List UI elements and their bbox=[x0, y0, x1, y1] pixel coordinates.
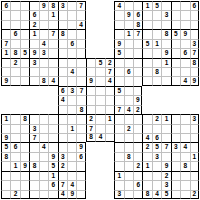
cell-r7c10[interactable] bbox=[95, 67, 104, 76]
cell-r5c17[interactable]: 9 bbox=[161, 48, 170, 57]
cell-r2c3[interactable]: 2 bbox=[29, 20, 38, 29]
cell-r12c2[interactable]: 8 bbox=[20, 114, 29, 123]
cell-r0c6[interactable]: 3 bbox=[58, 1, 67, 10]
cell-r19c20[interactable] bbox=[190, 180, 199, 189]
cell-r3c4[interactable] bbox=[39, 29, 48, 38]
cell-r0c17[interactable] bbox=[161, 1, 170, 10]
cell-r11c14[interactable]: 2 bbox=[133, 105, 142, 114]
cell-r5c0[interactable]: 1 bbox=[1, 48, 10, 57]
cell-r2c12[interactable] bbox=[114, 20, 123, 29]
cell-r14c9[interactable]: 8 bbox=[86, 133, 95, 142]
cell-r13c13[interactable]: 2 bbox=[124, 124, 133, 133]
cell-r20c6[interactable]: 4 bbox=[58, 190, 67, 199]
cell-r1c12[interactable] bbox=[114, 10, 123, 19]
cell-r4c12[interactable]: 9 bbox=[114, 39, 123, 48]
cell-r4c4[interactable]: 4 bbox=[39, 39, 48, 48]
cell-r4c14[interactable] bbox=[133, 39, 142, 48]
cell-r2c18[interactable] bbox=[171, 20, 180, 29]
cell-r7c9[interactable] bbox=[86, 67, 95, 76]
cell-r7c14[interactable] bbox=[133, 67, 142, 76]
cell-r15c3[interactable] bbox=[29, 142, 38, 151]
cell-r19c6[interactable]: 7 bbox=[58, 180, 67, 189]
cell-r12c0[interactable]: 1 bbox=[1, 114, 10, 123]
cell-r2c7[interactable] bbox=[67, 20, 76, 29]
cell-r4c1[interactable] bbox=[10, 39, 19, 48]
cell-r2c19[interactable] bbox=[180, 20, 189, 29]
cell-r2c4[interactable] bbox=[39, 20, 48, 29]
cell-r4c5[interactable] bbox=[48, 39, 57, 48]
cell-r20c2[interactable] bbox=[20, 190, 29, 199]
cell-r2c13[interactable] bbox=[124, 20, 133, 29]
cell-r17c5[interactable]: 5 bbox=[48, 161, 57, 170]
cell-r6c14[interactable] bbox=[133, 58, 142, 67]
cell-r10c13[interactable] bbox=[124, 95, 133, 104]
cell-r3c19[interactable]: 9 bbox=[180, 29, 189, 38]
cell-r6c3[interactable]: 3 bbox=[29, 58, 38, 67]
cell-r20c4[interactable] bbox=[39, 190, 48, 199]
cell-r4c0[interactable]: 7 bbox=[1, 39, 10, 48]
cell-r5c13[interactable] bbox=[124, 48, 133, 57]
cell-r1c19[interactable] bbox=[180, 10, 189, 19]
cell-r0c0[interactable]: 6 bbox=[1, 1, 10, 10]
cell-r12c18[interactable] bbox=[171, 114, 180, 123]
cell-r12c1[interactable] bbox=[10, 114, 19, 123]
cell-r6c5[interactable] bbox=[48, 58, 57, 67]
cell-r8c6[interactable] bbox=[58, 76, 67, 85]
cell-r1c15[interactable] bbox=[142, 10, 151, 19]
cell-r17c0[interactable] bbox=[1, 161, 10, 170]
cell-r9c12[interactable]: 5 bbox=[114, 86, 123, 95]
cell-r11c12[interactable]: 7 bbox=[114, 105, 123, 114]
cell-r12c12[interactable] bbox=[114, 114, 123, 123]
cell-r16c16[interactable]: 3 bbox=[152, 152, 161, 161]
cell-r17c18[interactable] bbox=[171, 161, 180, 170]
cell-r9c11[interactable] bbox=[105, 86, 114, 95]
cell-r20c5[interactable] bbox=[48, 190, 57, 199]
cell-r17c7[interactable] bbox=[67, 161, 76, 170]
cell-r18c3[interactable] bbox=[29, 171, 38, 180]
cell-r6c15[interactable] bbox=[142, 58, 151, 67]
cell-r18c13[interactable] bbox=[124, 171, 133, 180]
cell-r2c5[interactable] bbox=[48, 20, 57, 29]
cell-r1c1[interactable] bbox=[10, 10, 19, 19]
cell-r3c15[interactable] bbox=[142, 29, 151, 38]
cell-r18c6[interactable] bbox=[58, 171, 67, 180]
cell-r13c7[interactable]: 1 bbox=[67, 124, 76, 133]
cell-r19c4[interactable] bbox=[39, 180, 48, 189]
cell-r16c8[interactable]: 6 bbox=[76, 152, 85, 161]
cell-r16c3[interactable] bbox=[29, 152, 38, 161]
cell-r9c8[interactable]: 7 bbox=[76, 86, 85, 95]
cell-r17c3[interactable]: 8 bbox=[29, 161, 38, 170]
cell-r2c20[interactable] bbox=[190, 20, 199, 29]
cell-r6c18[interactable] bbox=[171, 58, 180, 67]
cell-r14c5[interactable] bbox=[48, 133, 57, 142]
cell-r10c14[interactable]: 9 bbox=[133, 95, 142, 104]
cell-r8c1[interactable] bbox=[10, 76, 19, 85]
cell-r19c18[interactable] bbox=[171, 180, 180, 189]
cell-r0c14[interactable] bbox=[133, 1, 142, 10]
cell-r14c15[interactable]: 4 bbox=[142, 133, 151, 142]
cell-r10c10[interactable] bbox=[95, 95, 104, 104]
cell-r10c11[interactable] bbox=[105, 95, 114, 104]
cell-r0c12[interactable]: 4 bbox=[114, 1, 123, 10]
cell-r4c6[interactable] bbox=[58, 39, 67, 48]
cell-r5c18[interactable] bbox=[171, 48, 180, 57]
cell-r16c20[interactable]: 1 bbox=[190, 152, 199, 161]
cell-r0c5[interactable]: 8 bbox=[48, 1, 57, 10]
cell-r0c8[interactable]: 7 bbox=[76, 1, 85, 10]
cell-r13c9[interactable]: 7 bbox=[86, 124, 95, 133]
cell-r15c15[interactable]: 2 bbox=[142, 142, 151, 151]
cell-r15c16[interactable]: 5 bbox=[152, 142, 161, 151]
cell-r5c6[interactable] bbox=[58, 48, 67, 57]
cell-r19c0[interactable] bbox=[1, 180, 10, 189]
cell-r17c1[interactable]: 1 bbox=[10, 161, 19, 170]
cell-r18c12[interactable]: 1 bbox=[114, 171, 123, 180]
cell-r2c1[interactable] bbox=[10, 20, 19, 29]
cell-r16c1[interactable] bbox=[10, 152, 19, 161]
cell-r7c18[interactable] bbox=[171, 67, 180, 76]
cell-r14c12[interactable] bbox=[114, 133, 123, 142]
cell-r3c2[interactable] bbox=[20, 29, 29, 38]
cell-r12c20[interactable]: 3 bbox=[190, 114, 199, 123]
cell-r18c1[interactable] bbox=[10, 171, 19, 180]
cell-r3c14[interactable]: 7 bbox=[133, 29, 142, 38]
cell-r7c1[interactable] bbox=[10, 67, 19, 76]
cell-r16c7[interactable] bbox=[67, 152, 76, 161]
cell-r19c19[interactable] bbox=[180, 180, 189, 189]
cell-r19c14[interactable]: 6 bbox=[133, 180, 142, 189]
cell-r6c4[interactable] bbox=[39, 58, 48, 67]
cell-r12c9[interactable]: 2 bbox=[86, 114, 95, 123]
cell-r7c15[interactable] bbox=[142, 67, 151, 76]
cell-r7c3[interactable] bbox=[29, 67, 38, 76]
cell-r15c20[interactable] bbox=[190, 142, 199, 151]
cell-r0c3[interactable] bbox=[29, 1, 38, 10]
cell-r20c20[interactable]: 2 bbox=[190, 190, 199, 199]
cell-r3c1[interactable]: 6 bbox=[10, 29, 19, 38]
cell-r2c0[interactable] bbox=[1, 20, 10, 29]
cell-r11c9[interactable] bbox=[86, 105, 95, 114]
cell-r2c15[interactable] bbox=[142, 20, 151, 29]
cell-r7c20[interactable] bbox=[190, 67, 199, 76]
cell-r3c12[interactable] bbox=[114, 29, 123, 38]
cell-r16c19[interactable] bbox=[180, 152, 189, 161]
cell-r7c12[interactable] bbox=[114, 67, 123, 76]
cell-r20c18[interactable] bbox=[171, 190, 180, 199]
cell-r17c15[interactable]: 1 bbox=[142, 161, 151, 170]
cell-r12c3[interactable] bbox=[29, 114, 38, 123]
cell-r19c15[interactable] bbox=[142, 180, 151, 189]
cell-r8c20[interactable]: 9 bbox=[190, 76, 199, 85]
cell-r20c1[interactable]: 2 bbox=[10, 190, 19, 199]
cell-r0c4[interactable]: 9 bbox=[39, 1, 48, 10]
cell-r12c5[interactable] bbox=[48, 114, 57, 123]
cell-r4c18[interactable] bbox=[171, 39, 180, 48]
cell-r13c10[interactable] bbox=[95, 124, 104, 133]
cell-r0c13[interactable] bbox=[124, 1, 133, 10]
cell-r0c20[interactable]: 6 bbox=[190, 1, 199, 10]
cell-r6c19[interactable] bbox=[180, 58, 189, 67]
cell-r4c8[interactable] bbox=[76, 39, 85, 48]
cell-r10c7[interactable] bbox=[67, 95, 76, 104]
cell-r17c13[interactable] bbox=[124, 161, 133, 170]
cell-r18c2[interactable] bbox=[20, 171, 29, 180]
cell-r12c19[interactable] bbox=[180, 114, 189, 123]
cell-r1c18[interactable] bbox=[171, 10, 180, 19]
cell-r9c14[interactable] bbox=[133, 86, 142, 95]
cell-r12c11[interactable]: 1 bbox=[105, 114, 114, 123]
cell-r1c4[interactable] bbox=[39, 10, 48, 19]
cell-r15c5[interactable] bbox=[48, 142, 57, 151]
cell-r14c6[interactable] bbox=[58, 133, 67, 142]
cell-r16c15[interactable] bbox=[142, 152, 151, 161]
cell-r16c0[interactable]: 8 bbox=[1, 152, 10, 161]
cell-r7c4[interactable] bbox=[39, 67, 48, 76]
cell-r6c1[interactable]: 2 bbox=[10, 58, 19, 67]
cell-r17c17[interactable]: 9 bbox=[161, 161, 170, 170]
cell-r3c18[interactable]: 5 bbox=[171, 29, 180, 38]
cell-r5c16[interactable] bbox=[152, 48, 161, 57]
cell-r7c19[interactable] bbox=[180, 67, 189, 76]
cell-r13c1[interactable] bbox=[10, 124, 19, 133]
cell-r0c18[interactable] bbox=[171, 1, 180, 10]
cell-r8c0[interactable]: 9 bbox=[1, 76, 10, 85]
cell-r10c12[interactable] bbox=[114, 95, 123, 104]
cell-r6c6[interactable] bbox=[58, 58, 67, 67]
cell-r9c6[interactable]: 6 bbox=[58, 86, 67, 95]
cell-r16c18[interactable] bbox=[171, 152, 180, 161]
cell-r19c3[interactable] bbox=[29, 180, 38, 189]
cell-r17c12[interactable] bbox=[114, 161, 123, 170]
cell-r13c6[interactable] bbox=[58, 124, 67, 133]
cell-r14c11[interactable] bbox=[105, 133, 114, 142]
cell-r18c17[interactable]: 2 bbox=[161, 171, 170, 180]
cell-r8c19[interactable]: 4 bbox=[180, 76, 189, 85]
cell-r4c2[interactable] bbox=[20, 39, 29, 48]
cell-r7c5[interactable] bbox=[48, 67, 57, 76]
cell-r16c2[interactable] bbox=[20, 152, 29, 161]
cell-r6c7[interactable] bbox=[67, 58, 76, 67]
cell-r1c8[interactable] bbox=[76, 10, 85, 19]
cell-r15c8[interactable]: 9 bbox=[76, 142, 85, 151]
cell-r14c17[interactable] bbox=[161, 133, 170, 142]
cell-r8c12[interactable] bbox=[114, 76, 123, 85]
cell-r3c20[interactable] bbox=[190, 29, 199, 38]
cell-r18c15[interactable] bbox=[142, 171, 151, 180]
cell-r15c18[interactable]: 3 bbox=[171, 142, 180, 151]
cell-r4c19[interactable] bbox=[180, 39, 189, 48]
cell-r1c0[interactable] bbox=[1, 10, 10, 19]
cell-r13c14[interactable] bbox=[133, 124, 142, 133]
cell-r15c6[interactable] bbox=[58, 142, 67, 151]
cell-r12c16[interactable]: 2 bbox=[152, 114, 161, 123]
cell-r0c16[interactable]: 5 bbox=[152, 1, 161, 10]
cell-r2c8[interactable]: 4 bbox=[76, 20, 85, 29]
cell-r17c8[interactable] bbox=[76, 161, 85, 170]
cell-r17c20[interactable] bbox=[190, 161, 199, 170]
cell-r1c13[interactable]: 9 bbox=[124, 10, 133, 19]
cell-r3c16[interactable] bbox=[152, 29, 161, 38]
cell-r13c20[interactable] bbox=[190, 124, 199, 133]
cell-r20c17[interactable]: 5 bbox=[161, 190, 170, 199]
cell-r12c8[interactable] bbox=[76, 114, 85, 123]
cell-r9c7[interactable]: 3 bbox=[67, 86, 76, 95]
cell-r6c16[interactable] bbox=[152, 58, 161, 67]
cell-r2c6[interactable] bbox=[58, 20, 67, 29]
cell-r15c4[interactable]: 4 bbox=[39, 142, 48, 151]
cell-r5c2[interactable]: 5 bbox=[20, 48, 29, 57]
cell-r4c17[interactable] bbox=[161, 39, 170, 48]
cell-r5c20[interactable]: 7 bbox=[190, 48, 199, 57]
cell-r15c14[interactable] bbox=[133, 142, 142, 151]
cell-r20c14[interactable] bbox=[133, 190, 142, 199]
cell-r7c13[interactable]: 6 bbox=[124, 67, 133, 76]
cell-r20c19[interactable] bbox=[180, 190, 189, 199]
cell-r0c1[interactable] bbox=[10, 1, 19, 10]
cell-r6c17[interactable]: 1 bbox=[161, 58, 170, 67]
cell-r14c18[interactable] bbox=[171, 133, 180, 142]
cell-r18c4[interactable] bbox=[39, 171, 48, 180]
cell-r7c17[interactable] bbox=[161, 67, 170, 76]
cell-r18c14[interactable] bbox=[133, 171, 142, 180]
cell-r8c14[interactable] bbox=[133, 76, 142, 85]
cell-r6c9[interactable] bbox=[86, 58, 95, 67]
cell-r17c16[interactable] bbox=[152, 161, 161, 170]
cell-r7c16[interactable]: 8 bbox=[152, 67, 161, 76]
cell-r20c7[interactable]: 9 bbox=[67, 190, 76, 199]
cell-r4c16[interactable]: 1 bbox=[152, 39, 161, 48]
cell-r9c13[interactable] bbox=[124, 86, 133, 95]
cell-r1c20[interactable] bbox=[190, 10, 199, 19]
cell-r4c15[interactable]: 5 bbox=[142, 39, 151, 48]
cell-r14c20[interactable] bbox=[190, 133, 199, 142]
cell-r5c7[interactable] bbox=[67, 48, 76, 57]
cell-r10c6[interactable]: 4 bbox=[58, 95, 67, 104]
cell-r19c8[interactable] bbox=[76, 180, 85, 189]
cell-r6c2[interactable] bbox=[20, 58, 29, 67]
cell-r8c18[interactable] bbox=[171, 76, 180, 85]
cell-r9c10[interactable] bbox=[95, 86, 104, 95]
cell-r20c15[interactable]: 8 bbox=[142, 190, 151, 199]
cell-r17c2[interactable]: 9 bbox=[20, 161, 29, 170]
cell-r8c8[interactable] bbox=[76, 76, 85, 85]
cell-r12c6[interactable] bbox=[58, 114, 67, 123]
cell-r20c13[interactable] bbox=[124, 190, 133, 199]
cell-r8c3[interactable] bbox=[29, 76, 38, 85]
cell-r3c13[interactable]: 1 bbox=[124, 29, 133, 38]
cell-r2c16[interactable] bbox=[152, 20, 161, 29]
cell-r17c19[interactable]: 8 bbox=[180, 161, 189, 170]
cell-r1c6[interactable] bbox=[58, 10, 67, 19]
cell-r11c7[interactable] bbox=[67, 105, 76, 114]
cell-r7c11[interactable]: 7 bbox=[105, 67, 114, 76]
cell-r19c1[interactable] bbox=[10, 180, 19, 189]
cell-r6c11[interactable]: 2 bbox=[105, 58, 114, 67]
cell-r6c8[interactable] bbox=[76, 58, 85, 67]
cell-r14c14[interactable] bbox=[133, 133, 142, 142]
cell-r19c2[interactable] bbox=[20, 180, 29, 189]
cell-r20c0[interactable] bbox=[1, 190, 10, 199]
cell-r19c16[interactable] bbox=[152, 180, 161, 189]
cell-r5c4[interactable]: 3 bbox=[39, 48, 48, 57]
cell-r15c7[interactable] bbox=[67, 142, 76, 151]
cell-r20c16[interactable]: 4 bbox=[152, 190, 161, 199]
cell-r4c20[interactable]: 3 bbox=[190, 39, 199, 48]
cell-r3c6[interactable]: 8 bbox=[58, 29, 67, 38]
cell-r20c3[interactable] bbox=[29, 190, 38, 199]
cell-r8c11[interactable]: 4 bbox=[105, 76, 114, 85]
cell-r10c8[interactable] bbox=[76, 95, 85, 104]
cell-r19c5[interactable]: 6 bbox=[48, 180, 57, 189]
cell-r12c13[interactable] bbox=[124, 114, 133, 123]
cell-r6c12[interactable] bbox=[114, 58, 123, 67]
cell-r14c0[interactable]: 9 bbox=[1, 133, 10, 142]
cell-r19c17[interactable]: 3 bbox=[161, 180, 170, 189]
cell-r1c5[interactable]: 1 bbox=[48, 10, 57, 19]
cell-r13c3[interactable]: 3 bbox=[29, 124, 38, 133]
cell-r6c20[interactable]: 8 bbox=[190, 58, 199, 67]
cell-r8c4[interactable]: 8 bbox=[39, 76, 48, 85]
cell-r8c16[interactable] bbox=[152, 76, 161, 85]
cell-r15c2[interactable] bbox=[20, 142, 29, 151]
cell-r14c13[interactable] bbox=[124, 133, 133, 142]
cell-r19c13[interactable] bbox=[124, 180, 133, 189]
cell-r6c13[interactable] bbox=[124, 58, 133, 67]
cell-r0c19[interactable] bbox=[180, 1, 189, 10]
cell-r13c11[interactable] bbox=[105, 124, 114, 133]
cell-r14c19[interactable] bbox=[180, 133, 189, 142]
cell-r8c9[interactable]: 9 bbox=[86, 76, 95, 85]
cell-r3c0[interactable] bbox=[1, 29, 10, 38]
cell-r2c14[interactable]: 8 bbox=[133, 20, 142, 29]
cell-r5c1[interactable]: 8 bbox=[10, 48, 19, 57]
cell-r7c6[interactable] bbox=[58, 67, 67, 76]
cell-r18c20[interactable] bbox=[190, 171, 199, 180]
cell-r18c18[interactable] bbox=[171, 171, 180, 180]
cell-r8c5[interactable]: 4 bbox=[48, 76, 57, 85]
cell-r17c14[interactable]: 2 bbox=[133, 161, 142, 170]
cell-r13c8[interactable] bbox=[76, 124, 85, 133]
cell-r7c2[interactable] bbox=[20, 67, 29, 76]
cell-r18c19[interactable] bbox=[180, 171, 189, 180]
cell-r7c8[interactable] bbox=[76, 67, 85, 76]
cell-r19c7[interactable]: 4 bbox=[67, 180, 76, 189]
cell-r5c14[interactable] bbox=[133, 48, 142, 57]
cell-r18c5[interactable]: 1 bbox=[48, 171, 57, 180]
cell-r15c12[interactable] bbox=[114, 142, 123, 151]
cell-r5c12[interactable]: 5 bbox=[114, 48, 123, 57]
cell-r1c14[interactable]: 6 bbox=[133, 10, 142, 19]
cell-r17c6[interactable]: 2 bbox=[58, 161, 67, 170]
cell-r12c17[interactable]: 1 bbox=[161, 114, 170, 123]
cell-r15c13[interactable] bbox=[124, 142, 133, 151]
cell-r14c7[interactable] bbox=[67, 133, 76, 142]
cell-r1c16[interactable] bbox=[152, 10, 161, 19]
cell-r6c10[interactable]: 5 bbox=[95, 58, 104, 67]
cell-r12c7[interactable] bbox=[67, 114, 76, 123]
cell-r5c15[interactable] bbox=[142, 48, 151, 57]
cell-r10c9[interactable] bbox=[86, 95, 95, 104]
cell-r19c12[interactable] bbox=[114, 180, 123, 189]
cell-r7c0[interactable] bbox=[1, 67, 10, 76]
cell-r8c10[interactable] bbox=[95, 76, 104, 85]
cell-r1c7[interactable] bbox=[67, 10, 76, 19]
cell-r20c12[interactable]: 3 bbox=[114, 190, 123, 199]
cell-r2c2[interactable] bbox=[20, 20, 29, 29]
cell-r0c15[interactable]: 1 bbox=[142, 1, 151, 10]
